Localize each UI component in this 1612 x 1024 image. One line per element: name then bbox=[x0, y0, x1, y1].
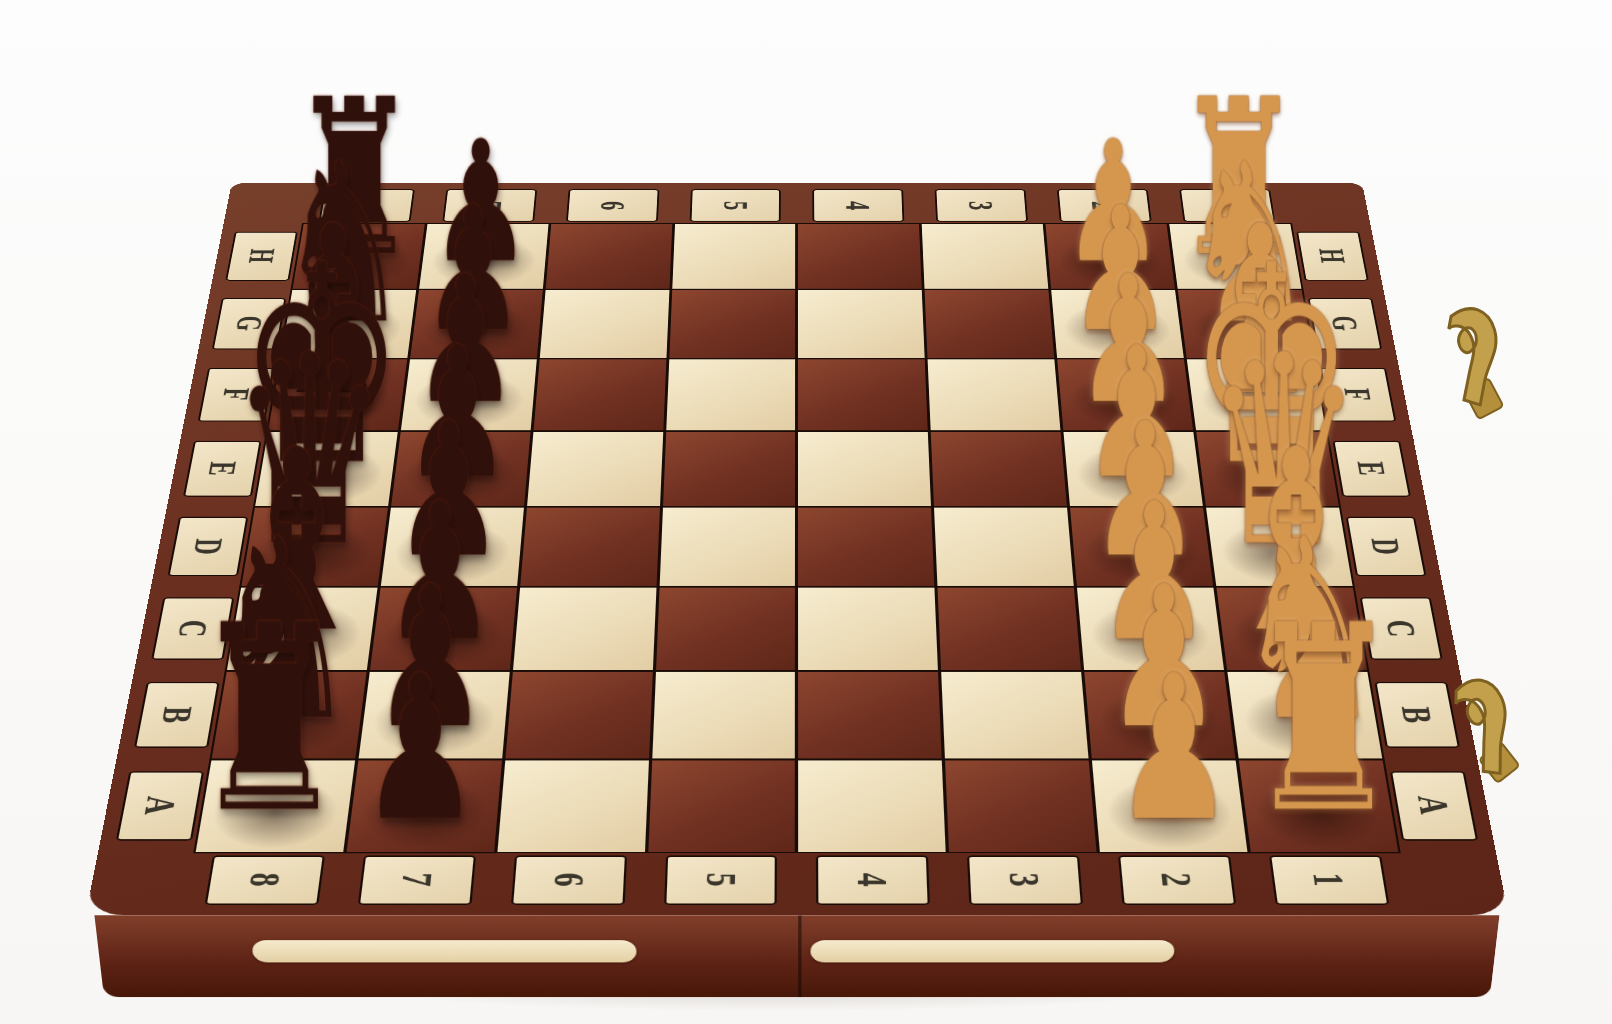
rank-label-text: 3 bbox=[961, 201, 1001, 210]
square-h4[interactable] bbox=[798, 224, 922, 289]
square-a3[interactable] bbox=[945, 761, 1096, 852]
rank-label-4-bottom: 4 bbox=[819, 857, 928, 904]
square-b4[interactable] bbox=[799, 672, 943, 759]
piece-white-rook[interactable]: ♜ bbox=[1247, 592, 1402, 849]
rank-label-7-bottom: 7 bbox=[360, 857, 473, 904]
square-h6[interactable] bbox=[546, 224, 672, 289]
square-d5[interactable] bbox=[659, 508, 795, 586]
square-g4[interactable] bbox=[798, 290, 925, 358]
rank-label-5-bottom: 5 bbox=[666, 857, 775, 904]
square-a1[interactable]: ♜ bbox=[1239, 761, 1398, 852]
square-f3[interactable] bbox=[928, 359, 1061, 430]
rank-label-text: 6 bbox=[544, 873, 594, 887]
rank-label-text: 3 bbox=[1000, 873, 1050, 887]
square-f6[interactable] bbox=[533, 359, 666, 430]
square-e4[interactable] bbox=[798, 432, 931, 506]
square-e6[interactable] bbox=[527, 432, 663, 506]
rank-label-5-top: 5 bbox=[691, 190, 779, 221]
square-b3[interactable] bbox=[942, 672, 1089, 759]
rank-label-text: 4 bbox=[848, 873, 898, 887]
file-label-text: A bbox=[1408, 796, 1460, 815]
square-a4[interactable] bbox=[799, 761, 946, 852]
file-label-a-left: A bbox=[118, 773, 202, 840]
square-a2[interactable]: ♟ bbox=[1092, 761, 1247, 852]
square-b6[interactable] bbox=[505, 672, 652, 759]
rank-label-text: 5 bbox=[716, 201, 756, 210]
rank-label-6-bottom: 6 bbox=[513, 857, 624, 904]
square-d4[interactable] bbox=[798, 508, 934, 586]
square-e3[interactable] bbox=[931, 432, 1067, 506]
chess-board: 87654321H♜♟♟♜HG♞♟♟♞GF♝♟♟♝FE♚♟♟♚ED♛♟♟♛DC♝… bbox=[85, 183, 1508, 915]
rank-label-text: 6 bbox=[592, 201, 632, 210]
handle-inlay-left bbox=[251, 940, 636, 962]
piece-white-pawn[interactable]: ♟ bbox=[1113, 649, 1234, 849]
square-a6[interactable] bbox=[497, 761, 648, 852]
rank-label-2-bottom: 2 bbox=[1121, 857, 1234, 904]
square-c3[interactable] bbox=[938, 588, 1081, 670]
frame-corner bbox=[1402, 854, 1493, 906]
piece-black-pawn[interactable]: ♟ bbox=[360, 649, 481, 849]
fold-seam bbox=[798, 915, 801, 997]
file-label-text: A bbox=[135, 796, 187, 815]
square-b5[interactable] bbox=[652, 672, 795, 759]
square-e5[interactable] bbox=[663, 432, 796, 506]
rank-label-text: 8 bbox=[240, 873, 291, 887]
rank-label-1-bottom: 1 bbox=[1271, 857, 1386, 904]
square-f4[interactable] bbox=[798, 359, 928, 430]
rank-label-text: 4 bbox=[838, 201, 878, 210]
handle-inlay-right bbox=[811, 940, 1175, 962]
square-c6[interactable] bbox=[513, 588, 656, 670]
rank-label-3-bottom: 3 bbox=[970, 857, 1081, 904]
rank-label-6-top: 6 bbox=[568, 190, 658, 221]
square-c5[interactable] bbox=[656, 588, 796, 670]
square-a7[interactable]: ♟ bbox=[346, 761, 501, 852]
box-front-face bbox=[94, 915, 1499, 997]
board-grid: 87654321H♜♟♟♜HG♞♟♟♞GF♝♟♟♝FE♚♟♟♚ED♛♟♟♛DC♝… bbox=[101, 188, 1494, 906]
square-d3[interactable] bbox=[934, 508, 1074, 586]
square-c4[interactable] bbox=[799, 588, 939, 670]
square-g3[interactable] bbox=[925, 290, 1055, 358]
piece-black-rook[interactable]: ♜ bbox=[192, 592, 347, 849]
square-h3[interactable] bbox=[922, 224, 1048, 289]
square-g5[interactable] bbox=[669, 290, 796, 358]
rank-label-8-bottom: 8 bbox=[207, 857, 322, 904]
frame-corner bbox=[101, 854, 192, 906]
rank-label-text: 2 bbox=[1152, 873, 1203, 887]
square-g6[interactable] bbox=[540, 290, 670, 358]
square-f5[interactable] bbox=[666, 359, 796, 430]
scene: 87654321H♜♟♟♜HG♞♟♟♞GF♝♟♟♝FE♚♟♟♚ED♛♟♟♛DC♝… bbox=[0, 0, 1612, 1024]
rank-label-text: 5 bbox=[696, 873, 746, 887]
square-a8[interactable]: ♜ bbox=[196, 761, 355, 852]
square-h5[interactable] bbox=[672, 224, 796, 289]
brass-clasp-icon bbox=[1432, 300, 1528, 426]
rank-label-4-top: 4 bbox=[815, 190, 903, 221]
photo-stage: 87654321H♜♟♟♜HG♞♟♟♞GF♝♟♟♝FE♚♟♟♚ED♛♟♟♛DC♝… bbox=[0, 0, 1612, 1024]
rank-label-text: 1 bbox=[1303, 873, 1354, 887]
rank-label-3-top: 3 bbox=[937, 190, 1027, 221]
square-d6[interactable] bbox=[520, 508, 660, 586]
square-a5[interactable] bbox=[648, 761, 795, 852]
rank-label-text: 7 bbox=[392, 873, 443, 887]
brass-clasp-icon bbox=[1440, 672, 1540, 786]
